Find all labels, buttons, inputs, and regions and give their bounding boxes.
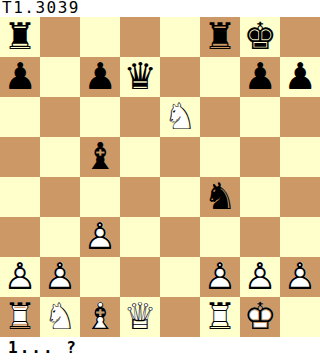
square-b6[interactable] [40,97,80,137]
square-a1[interactable]: ♜♖ [0,297,40,337]
square-e8[interactable] [160,17,200,57]
square-b2[interactable]: ♟♙ [40,257,80,297]
piece-glyph-outline: ♙ [40,257,80,297]
square-b4[interactable] [40,177,80,217]
square-f5[interactable] [200,137,240,177]
square-b7[interactable] [40,57,80,97]
square-c8[interactable] [80,17,120,57]
square-c2[interactable] [80,257,120,297]
square-a7[interactable]: ♟ [0,57,40,97]
square-d2[interactable] [120,257,160,297]
square-b1[interactable]: ♞♘ [40,297,80,337]
piece-glyph-outline: ♙ [240,257,280,297]
black-pawn[interactable]: ♟ [0,57,40,97]
square-e4[interactable] [160,177,200,217]
white-knight[interactable]: ♞♘ [160,97,200,137]
chess-board: ♜♜♚♟♟♛♟♟♞♘♝♞♟♙♟♙♟♙♟♙♟♙♟♙♜♖♞♘♝♗♛♕♜♖♚♔ [0,17,320,337]
black-rook[interactable]: ♜ [0,17,40,57]
square-d1[interactable]: ♛♕ [120,297,160,337]
square-e5[interactable] [160,137,200,177]
square-f6[interactable] [200,97,240,137]
white-pawn[interactable]: ♟♙ [80,217,120,257]
white-pawn[interactable]: ♟♙ [0,257,40,297]
square-a4[interactable] [0,177,40,217]
piece-glyph-outline: ♘ [160,97,200,137]
black-king[interactable]: ♚ [240,17,280,57]
white-king[interactable]: ♚♔ [240,297,280,337]
piece-glyph-outline: ♔ [240,297,280,337]
white-pawn[interactable]: ♟♙ [40,257,80,297]
square-h8[interactable] [280,17,320,57]
black-pawn[interactable]: ♟ [240,57,280,97]
piece-glyph-outline: ♗ [80,297,120,337]
square-g8[interactable]: ♚ [240,17,280,57]
square-h4[interactable] [280,177,320,217]
square-f8[interactable]: ♜ [200,17,240,57]
black-bishop[interactable]: ♝ [80,137,120,177]
square-h7[interactable]: ♟ [280,57,320,97]
square-a8[interactable]: ♜ [0,17,40,57]
square-g6[interactable] [240,97,280,137]
square-d5[interactable] [120,137,160,177]
square-g4[interactable] [240,177,280,217]
square-h2[interactable]: ♟♙ [280,257,320,297]
piece-glyph-outline: ♙ [280,257,320,297]
black-pawn[interactable]: ♟ [280,57,320,97]
white-pawn[interactable]: ♟♙ [280,257,320,297]
square-d8[interactable] [120,17,160,57]
chess-puzzle-app: T1.3039 ♜♜♚♟♟♛♟♟♞♘♝♞♟♙♟♙♟♙♟♙♟♙♟♙♜♖♞♘♝♗♛♕… [0,0,320,360]
square-g3[interactable] [240,217,280,257]
square-c1[interactable]: ♝♗ [80,297,120,337]
square-c5[interactable]: ♝ [80,137,120,177]
square-e6[interactable]: ♞♘ [160,97,200,137]
black-pawn[interactable]: ♟ [80,57,120,97]
square-a6[interactable] [0,97,40,137]
white-pawn[interactable]: ♟♙ [240,257,280,297]
square-f2[interactable]: ♟♙ [200,257,240,297]
square-e1[interactable] [160,297,200,337]
square-h6[interactable] [280,97,320,137]
black-rook[interactable]: ♜ [200,17,240,57]
square-b8[interactable] [40,17,80,57]
square-h3[interactable] [280,217,320,257]
square-e2[interactable] [160,257,200,297]
white-rook[interactable]: ♜♖ [200,297,240,337]
square-f1[interactable]: ♜♖ [200,297,240,337]
white-pawn[interactable]: ♟♙ [200,257,240,297]
white-bishop[interactable]: ♝♗ [80,297,120,337]
square-g5[interactable] [240,137,280,177]
square-h1[interactable] [280,297,320,337]
square-e3[interactable] [160,217,200,257]
piece-glyph-outline: ♖ [200,297,240,337]
square-f4[interactable]: ♞ [200,177,240,217]
square-a5[interactable] [0,137,40,177]
square-g7[interactable]: ♟ [240,57,280,97]
move-prompt: 1... ? [0,339,320,360]
piece-glyph-outline: ♙ [0,257,40,297]
piece-glyph-outline: ♘ [40,297,80,337]
square-d4[interactable] [120,177,160,217]
square-f3[interactable] [200,217,240,257]
piece-glyph-outline: ♙ [200,257,240,297]
square-g1[interactable]: ♚♔ [240,297,280,337]
square-a3[interactable] [0,217,40,257]
black-knight[interactable]: ♞ [200,177,240,217]
white-rook[interactable]: ♜♖ [0,297,40,337]
square-c3[interactable]: ♟♙ [80,217,120,257]
square-g2[interactable]: ♟♙ [240,257,280,297]
square-c7[interactable]: ♟ [80,57,120,97]
square-b5[interactable] [40,137,80,177]
square-h5[interactable] [280,137,320,177]
square-d3[interactable] [120,217,160,257]
white-queen[interactable]: ♛♕ [120,297,160,337]
square-d6[interactable] [120,97,160,137]
square-e7[interactable] [160,57,200,97]
square-b3[interactable] [40,217,80,257]
square-d7[interactable]: ♛ [120,57,160,97]
square-a2[interactable]: ♟♙ [0,257,40,297]
square-c6[interactable] [80,97,120,137]
piece-glyph-outline: ♖ [0,297,40,337]
piece-glyph-outline: ♕ [120,297,160,337]
square-f7[interactable] [200,57,240,97]
white-knight[interactable]: ♞♘ [40,297,80,337]
piece-glyph-outline: ♙ [80,217,120,257]
square-c4[interactable] [80,177,120,217]
black-queen[interactable]: ♛ [120,57,160,97]
